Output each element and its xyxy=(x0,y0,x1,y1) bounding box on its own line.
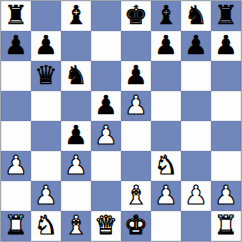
square-h8[interactable]: ♜ xyxy=(211,1,241,31)
white-pawn-h2[interactable]: ♟ xyxy=(214,182,237,208)
white-pawn-f2[interactable]: ♟ xyxy=(154,182,177,208)
white-pawn-a3[interactable]: ♟ xyxy=(4,152,27,178)
square-b5[interactable] xyxy=(31,91,61,121)
square-h7[interactable]: ♟ xyxy=(211,31,241,61)
square-a4[interactable] xyxy=(1,121,31,151)
square-a3[interactable]: ♟ xyxy=(1,151,31,181)
black-king-e8[interactable]: ♚ xyxy=(124,2,147,28)
square-b7[interactable]: ♟ xyxy=(31,31,61,61)
square-e3[interactable] xyxy=(121,151,151,181)
white-queen-d1[interactable]: ♛ xyxy=(94,212,117,238)
black-pawn-h7[interactable]: ♟ xyxy=(214,32,237,58)
white-knight-b1[interactable]: ♞ xyxy=(34,212,57,238)
black-pawn-a7[interactable]: ♟ xyxy=(4,32,27,58)
black-pawn-g7[interactable]: ♟ xyxy=(184,32,207,58)
black-pawn-d5[interactable]: ♟ xyxy=(94,92,117,118)
square-h1[interactable]: ♜ xyxy=(211,211,241,241)
square-d1[interactable]: ♛ xyxy=(91,211,121,241)
square-d4[interactable]: ♟ xyxy=(91,121,121,151)
square-h3[interactable] xyxy=(211,151,241,181)
square-a5[interactable] xyxy=(1,91,31,121)
square-g3[interactable] xyxy=(181,151,211,181)
square-d7[interactable] xyxy=(91,31,121,61)
square-g4[interactable] xyxy=(181,121,211,151)
black-pawn-b7[interactable]: ♟ xyxy=(34,32,57,58)
black-knight-g8[interactable]: ♞ xyxy=(184,2,207,28)
square-g7[interactable]: ♟ xyxy=(181,31,211,61)
white-king-e1[interactable]: ♚ xyxy=(124,212,147,238)
square-e1[interactable]: ♚ xyxy=(121,211,151,241)
white-rook-a1[interactable]: ♜ xyxy=(4,212,27,238)
white-knight-f3[interactable]: ♞ xyxy=(154,152,177,178)
square-d8[interactable] xyxy=(91,1,121,31)
square-f6[interactable] xyxy=(151,61,181,91)
square-c8[interactable]: ♝ xyxy=(61,1,91,31)
chess-board: ♜♝♚♝♞♜♟♟♟♟♟♛♞♟♟♟♟♟♟♟♞♟♝♟♟♟♜♞♝♛♚♜ xyxy=(0,0,242,242)
square-f8[interactable]: ♝ xyxy=(151,1,181,31)
white-pawn-e5[interactable]: ♟ xyxy=(124,92,147,118)
square-c3[interactable]: ♟ xyxy=(61,151,91,181)
white-pawn-g2[interactable]: ♟ xyxy=(184,182,207,208)
square-g6[interactable] xyxy=(181,61,211,91)
black-bishop-c8[interactable]: ♝ xyxy=(64,2,87,28)
square-f3[interactable]: ♞ xyxy=(151,151,181,181)
square-g2[interactable]: ♟ xyxy=(181,181,211,211)
square-e7[interactable] xyxy=(121,31,151,61)
square-h4[interactable] xyxy=(211,121,241,151)
black-rook-h8[interactable]: ♜ xyxy=(214,2,237,28)
square-a7[interactable]: ♟ xyxy=(1,31,31,61)
square-b4[interactable] xyxy=(31,121,61,151)
square-b1[interactable]: ♞ xyxy=(31,211,61,241)
square-f2[interactable]: ♟ xyxy=(151,181,181,211)
square-f4[interactable] xyxy=(151,121,181,151)
square-b2[interactable]: ♟ xyxy=(31,181,61,211)
square-e8[interactable]: ♚ xyxy=(121,1,151,31)
black-queen-b6[interactable]: ♛ xyxy=(34,62,57,88)
square-c6[interactable]: ♞ xyxy=(61,61,91,91)
square-c7[interactable] xyxy=(61,31,91,61)
white-bishop-e2[interactable]: ♝ xyxy=(124,182,147,208)
square-a6[interactable] xyxy=(1,61,31,91)
square-a1[interactable]: ♜ xyxy=(1,211,31,241)
square-d2[interactable] xyxy=(91,181,121,211)
white-bishop-c1[interactable]: ♝ xyxy=(64,212,87,238)
square-c5[interactable] xyxy=(61,91,91,121)
square-e6[interactable]: ♟ xyxy=(121,61,151,91)
square-g1[interactable] xyxy=(181,211,211,241)
square-b6[interactable]: ♛ xyxy=(31,61,61,91)
square-c1[interactable]: ♝ xyxy=(61,211,91,241)
square-h6[interactable] xyxy=(211,61,241,91)
square-c2[interactable] xyxy=(61,181,91,211)
square-f1[interactable] xyxy=(151,211,181,241)
square-d6[interactable] xyxy=(91,61,121,91)
square-a8[interactable]: ♜ xyxy=(1,1,31,31)
square-h5[interactable] xyxy=(211,91,241,121)
square-d5[interactable]: ♟ xyxy=(91,91,121,121)
black-pawn-e6[interactable]: ♟ xyxy=(124,62,147,88)
square-c4[interactable]: ♟ xyxy=(61,121,91,151)
square-g8[interactable]: ♞ xyxy=(181,1,211,31)
white-rook-h1[interactable]: ♜ xyxy=(214,212,237,238)
square-h2[interactable]: ♟ xyxy=(211,181,241,211)
black-knight-c6[interactable]: ♞ xyxy=(64,62,87,88)
square-f7[interactable]: ♟ xyxy=(151,31,181,61)
square-b8[interactable] xyxy=(31,1,61,31)
square-e4[interactable] xyxy=(121,121,151,151)
black-pawn-c4[interactable]: ♟ xyxy=(64,122,87,148)
black-pawn-f7[interactable]: ♟ xyxy=(154,32,177,58)
black-rook-a8[interactable]: ♜ xyxy=(4,2,27,28)
square-e2[interactable]: ♝ xyxy=(121,181,151,211)
white-pawn-c3[interactable]: ♟ xyxy=(64,152,87,178)
black-bishop-f8[interactable]: ♝ xyxy=(154,2,177,28)
square-f5[interactable] xyxy=(151,91,181,121)
square-b3[interactable] xyxy=(31,151,61,181)
square-e5[interactable]: ♟ xyxy=(121,91,151,121)
white-pawn-d4[interactable]: ♟ xyxy=(94,122,117,148)
square-a2[interactable] xyxy=(1,181,31,211)
square-g5[interactable] xyxy=(181,91,211,121)
square-d3[interactable] xyxy=(91,151,121,181)
white-pawn-b2[interactable]: ♟ xyxy=(34,182,57,208)
